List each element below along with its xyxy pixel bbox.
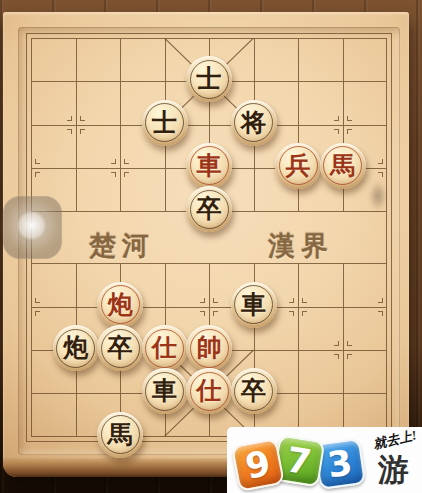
marker-corner (334, 129, 339, 134)
marker-corner (334, 341, 339, 346)
point-marker (334, 116, 352, 134)
point-marker (67, 116, 85, 134)
piece-glyph: 士 (197, 66, 222, 92)
river-label-left: 楚河 (89, 228, 155, 264)
marker-corner (378, 298, 383, 303)
piece-glyph: 馬 (330, 153, 355, 179)
piece-black-chariot[interactable]: 車 (142, 368, 188, 414)
piece-black-pawn[interactable]: 卒 (231, 368, 277, 414)
piece-black-chariot[interactable]: 車 (231, 282, 277, 328)
point-marker (334, 341, 352, 359)
point-marker (200, 298, 218, 316)
marker-corner (213, 298, 218, 303)
piece-glyph: 炮 (108, 292, 133, 318)
marker-corner (124, 172, 129, 177)
watermark-site-name: 游戏 (366, 449, 422, 493)
point-marker (22, 159, 40, 177)
marker-corner (378, 159, 383, 164)
marker-corner (67, 116, 72, 121)
piece-glyph: 卒 (197, 196, 222, 222)
piece-black-advisor[interactable]: 士 (142, 100, 188, 146)
assistive-touch-glow-circle (16, 210, 47, 241)
piece-black-horse[interactable]: 馬 (97, 412, 143, 458)
piece-glyph: 仕 (152, 335, 177, 361)
piece-glyph: 兵 (286, 153, 311, 179)
piece-glyph: 車 (241, 292, 266, 318)
marker-corner (334, 354, 339, 359)
xiangqi-screen: 楚河 漢界 士士将車兵馬卒炮車炮卒仕帥車仕卒馬 9 7 3 游戏 就去上! (0, 0, 422, 493)
marker-corner (302, 311, 307, 316)
watermark-digit-9: 9 (231, 438, 285, 492)
point-marker (22, 298, 40, 316)
marker-corner (347, 354, 352, 359)
piece-glyph: 帥 (197, 335, 222, 361)
piece-glyph: 将 (241, 110, 266, 136)
piece-glyph: 車 (152, 378, 177, 404)
marker-corner (347, 129, 352, 134)
marker-corner (80, 116, 85, 121)
piece-glyph: 士 (152, 110, 177, 136)
marker-corner (213, 311, 218, 316)
marker-corner (35, 172, 40, 177)
piece-black-cannon[interactable]: 炮 (53, 325, 99, 371)
piece-glyph: 車 (197, 153, 222, 179)
piece-glyph: 仕 (197, 378, 222, 404)
piece-red-advisor[interactable]: 仕 (142, 325, 188, 371)
piece-glyph: 卒 (241, 378, 266, 404)
piece-glyph: 馬 (108, 422, 133, 448)
marker-corner (302, 298, 307, 303)
marker-corner (80, 129, 85, 134)
marker-corner (200, 311, 205, 316)
piece-black-advisor[interactable]: 士 (186, 56, 232, 102)
river-label-right: 漢界 (268, 228, 334, 264)
piece-red-chariot[interactable]: 車 (186, 143, 232, 189)
marker-corner (35, 298, 40, 303)
marker-corner (67, 129, 72, 134)
piece-red-cannon[interactable]: 炮 (97, 282, 143, 328)
piece-black-pawn[interactable]: 卒 (97, 325, 143, 371)
piece-red-pawn[interactable]: 兵 (275, 143, 321, 189)
marker-corner (334, 116, 339, 121)
piece-glyph: 炮 (63, 335, 88, 361)
point-marker (378, 298, 396, 316)
point-marker (111, 159, 129, 177)
marker-corner (378, 311, 383, 316)
marker-corner (111, 172, 116, 177)
piece-black-general[interactable]: 将 (231, 100, 277, 146)
piece-black-pawn[interactable]: 卒 (186, 186, 232, 232)
marker-corner (289, 311, 294, 316)
marker-corner (124, 159, 129, 164)
marker-corner (200, 298, 205, 303)
piece-red-general[interactable]: 帥 (186, 325, 232, 371)
marker-corner (347, 341, 352, 346)
assistive-touch-button[interactable] (3, 196, 62, 259)
point-marker (289, 298, 307, 316)
point-marker (378, 159, 396, 177)
piece-red-horse[interactable]: 馬 (320, 143, 366, 189)
marker-corner (35, 311, 40, 316)
marker-corner (347, 116, 352, 121)
watermark-panel: 9 7 3 游戏 就去上! (227, 427, 422, 493)
shadow-smudge (366, 176, 390, 216)
marker-corner (289, 298, 294, 303)
piece-glyph: 卒 (108, 335, 133, 361)
marker-corner (35, 159, 40, 164)
marker-corner (111, 159, 116, 164)
